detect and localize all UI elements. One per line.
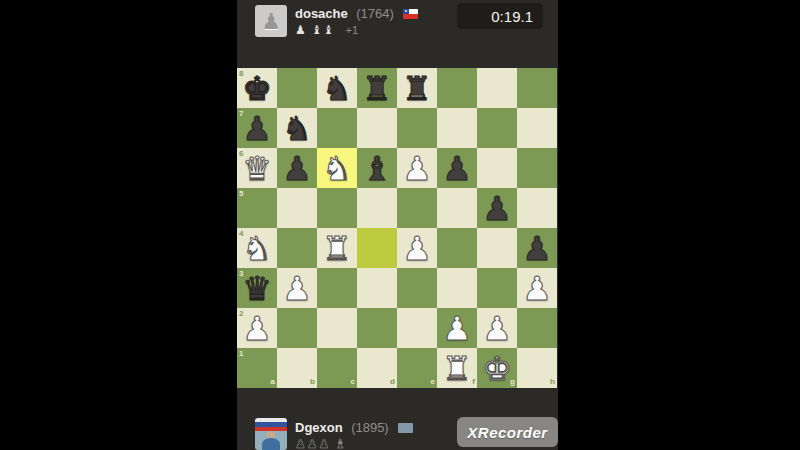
piece-white-pawn[interactable]: ♟: [482, 312, 512, 345]
square-c4[interactable]: ♜: [317, 228, 357, 268]
captured-white-pieces-icons: ♟ ♝♝: [295, 23, 335, 37]
top-player-rating: (1764): [356, 6, 394, 21]
rank-label-2: 2: [239, 310, 243, 318]
piece-black-pawn[interactable]: ♟: [482, 192, 512, 225]
square-d7[interactable]: [357, 108, 397, 148]
square-c3[interactable]: [317, 268, 357, 308]
xrecorder-watermark[interactable]: XRecorder: [457, 417, 558, 447]
square-e5[interactable]: [397, 188, 437, 228]
top-player-name: dosache: [295, 6, 348, 21]
piece-white-knight[interactable]: ♞: [242, 232, 272, 265]
piece-black-pawn[interactable]: ♟: [242, 112, 272, 145]
square-h4[interactable]: ♟: [517, 228, 557, 268]
square-c8[interactable]: ♞: [317, 68, 357, 108]
file-label-a: a: [271, 378, 275, 386]
bottom-captured-row: ♟♟♟ ♝: [295, 436, 347, 450]
square-c2[interactable]: [317, 308, 357, 348]
captured-black-pieces-icons: ♟♟♟ ♝: [295, 437, 347, 450]
file-label-d: d: [390, 378, 395, 386]
square-c7[interactable]: [317, 108, 357, 148]
square-b2[interactable]: [277, 308, 317, 348]
square-a8[interactable]: 8♚: [237, 68, 277, 108]
rank-label-3: 3: [239, 270, 243, 278]
file-label-h: h: [550, 378, 555, 386]
square-d2[interactable]: [357, 308, 397, 348]
square-h7[interactable]: [517, 108, 557, 148]
square-g6[interactable]: [477, 148, 517, 188]
square-g8[interactable]: [477, 68, 517, 108]
square-f5[interactable]: [437, 188, 477, 228]
square-b6[interactable]: ♟: [277, 148, 317, 188]
square-g1[interactable]: g♚: [477, 348, 517, 388]
avatar-photo-flag: [255, 418, 287, 431]
square-a6[interactable]: 6♛: [237, 148, 277, 188]
square-b4[interactable]: [277, 228, 317, 268]
square-g3[interactable]: [477, 268, 517, 308]
rank-label-8: 8: [239, 70, 243, 78]
square-e7[interactable]: [397, 108, 437, 148]
square-c5[interactable]: [317, 188, 357, 228]
file-label-g: g: [510, 378, 515, 386]
default-avatar-pawn-icon: ♟: [261, 9, 281, 34]
square-f6[interactable]: ♟: [437, 148, 477, 188]
piece-white-pawn[interactable]: ♟: [402, 152, 432, 185]
square-c1[interactable]: c: [317, 348, 357, 388]
avatar-top-player: ♟: [255, 5, 287, 37]
square-e4[interactable]: ♟: [397, 228, 437, 268]
square-d8[interactable]: ♜: [357, 68, 397, 108]
square-e3[interactable]: [397, 268, 437, 308]
top-captured-row: ♟ ♝♝ +1: [295, 22, 358, 37]
square-g5[interactable]: ♟: [477, 188, 517, 228]
square-a2[interactable]: 2♟: [237, 308, 277, 348]
piece-black-knight[interactable]: ♞: [322, 72, 352, 105]
bottom-player-name-row: Dgexon (1895): [295, 419, 413, 435]
square-b5[interactable]: [277, 188, 317, 228]
square-h2[interactable]: [517, 308, 557, 348]
piece-black-rook[interactable]: ♜: [402, 72, 432, 105]
square-c6[interactable]: ♞: [317, 148, 357, 188]
bottom-player-name: Dgexon: [295, 420, 343, 435]
piece-black-bishop[interactable]: ♝: [362, 152, 392, 185]
rank-label-4: 4: [239, 230, 243, 238]
piece-white-rook[interactable]: ♜: [322, 232, 352, 265]
square-b8[interactable]: [277, 68, 317, 108]
piece-white-king[interactable]: ♚: [482, 352, 512, 385]
piece-white-pawn[interactable]: ♟: [242, 312, 272, 345]
square-e1[interactable]: e: [397, 348, 437, 388]
square-a4[interactable]: 4♞: [237, 228, 277, 268]
piece-white-queen[interactable]: ♛: [242, 152, 272, 185]
square-h8[interactable]: [517, 68, 557, 108]
rank-label-7: 7: [239, 110, 243, 118]
piece-white-pawn[interactable]: ♟: [282, 272, 312, 305]
piece-white-pawn[interactable]: ♟: [402, 232, 432, 265]
square-h6[interactable]: [517, 148, 557, 188]
square-g4[interactable]: [477, 228, 517, 268]
square-a7[interactable]: 7♟: [237, 108, 277, 148]
top-player-name-row: dosache (1764): [295, 5, 418, 21]
square-a5[interactable]: 5: [237, 188, 277, 228]
rank-label-6: 6: [239, 150, 243, 158]
top-player-clock: 0:19.1: [457, 3, 543, 29]
file-label-c: c: [351, 378, 355, 386]
file-label-e: e: [431, 378, 435, 386]
square-h5[interactable]: [517, 188, 557, 228]
rank-label-5: 5: [239, 190, 243, 198]
material-advantage: +1: [346, 24, 359, 36]
square-d6[interactable]: ♝: [357, 148, 397, 188]
file-label-b: b: [310, 378, 315, 386]
square-f4[interactable]: [437, 228, 477, 268]
square-d5[interactable]: [357, 188, 397, 228]
square-b3[interactable]: ♟: [277, 268, 317, 308]
piece-black-pawn[interactable]: ♟: [522, 232, 552, 265]
square-e2[interactable]: [397, 308, 437, 348]
file-label-f: f: [472, 378, 475, 386]
square-e6[interactable]: ♟: [397, 148, 437, 188]
piece-white-pawn[interactable]: ♟: [442, 312, 472, 345]
avatar-photo-person: [255, 431, 287, 450]
piece-black-pawn[interactable]: ♟: [442, 152, 472, 185]
rank-label-1: 1: [239, 350, 243, 358]
square-f3[interactable]: [437, 268, 477, 308]
square-a1[interactable]: 1a: [237, 348, 277, 388]
chile-flag-icon: [403, 9, 418, 19]
square-b7[interactable]: ♞: [277, 108, 317, 148]
piece-white-knight[interactable]: ♞: [322, 152, 352, 185]
square-d4[interactable]: [357, 228, 397, 268]
piece-black-knight[interactable]: ♞: [282, 112, 312, 145]
piece-white-pawn[interactable]: ♟: [522, 272, 552, 305]
square-b1[interactable]: b: [277, 348, 317, 388]
square-d1[interactable]: d: [357, 348, 397, 388]
chess-app-screen: ♟ dosache (1764) ♟ ♝♝ +1 0:19.1 8♚♞♜♜7♟♞…: [237, 0, 558, 450]
square-f1[interactable]: f♜: [437, 348, 477, 388]
square-d3[interactable]: [357, 268, 397, 308]
square-e8[interactable]: ♜: [397, 68, 437, 108]
piece-black-queen[interactable]: ♛: [242, 272, 272, 305]
square-g7[interactable]: [477, 108, 517, 148]
avatar-bottom-player: [255, 418, 287, 450]
bottom-player-flag-icon: [398, 423, 413, 433]
square-h3[interactable]: ♟: [517, 268, 557, 308]
square-f7[interactable]: [437, 108, 477, 148]
square-f2[interactable]: ♟: [437, 308, 477, 348]
square-g2[interactable]: ♟: [477, 308, 517, 348]
bottom-player-rating: (1895): [351, 420, 389, 435]
piece-black-pawn[interactable]: ♟: [282, 152, 312, 185]
chess-board[interactable]: 8♚♞♜♜7♟♞6♛♟♞♝♟♟5♟4♞♜♟♟3♛♟♟2♟♟♟1abcdef♜g♚…: [237, 68, 557, 388]
piece-black-rook[interactable]: ♜: [362, 72, 392, 105]
square-a3[interactable]: 3♛: [237, 268, 277, 308]
square-h1[interactable]: h: [517, 348, 557, 388]
piece-white-rook[interactable]: ♜: [442, 352, 472, 385]
square-f8[interactable]: [437, 68, 477, 108]
piece-black-king[interactable]: ♚: [242, 72, 272, 105]
